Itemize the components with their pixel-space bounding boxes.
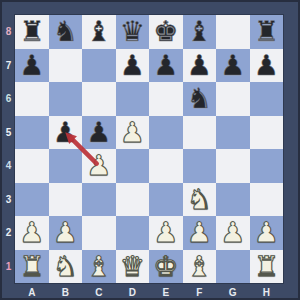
white-pawn-e2[interactable]: ♟: [153, 216, 178, 250]
square-c6[interactable]: [82, 82, 116, 116]
black-pawn-h7[interactable]: ♟: [254, 49, 279, 83]
black-bishop-f8[interactable]: ♝: [187, 15, 212, 49]
square-c4[interactable]: ♟: [82, 149, 116, 183]
rank-label-4: 4: [2, 149, 15, 183]
square-a2[interactable]: ♟: [15, 216, 49, 250]
square-d5[interactable]: ♟: [116, 116, 150, 150]
white-pawn-c4[interactable]: ♟: [86, 149, 111, 183]
chess-board: ♜♞♝♛♚♝♜♟♟♟♟♟♟♞♟♟♟♟♞♟♟♟♟♟♟♜♞♝♛♚♝♜: [15, 15, 283, 283]
square-g5[interactable]: [216, 116, 250, 150]
square-a3[interactable]: [15, 183, 49, 217]
square-d2[interactable]: [116, 216, 150, 250]
file-label-a: A: [15, 285, 49, 300]
square-e7[interactable]: ♟: [149, 49, 183, 83]
rank-label-3: 3: [2, 183, 15, 217]
square-e4[interactable]: [149, 149, 183, 183]
square-a6[interactable]: [15, 82, 49, 116]
square-d3[interactable]: [116, 183, 150, 217]
white-pawn-d5[interactable]: ♟: [120, 116, 145, 150]
square-h5[interactable]: [250, 116, 284, 150]
square-b1[interactable]: ♞: [49, 250, 83, 284]
square-f8[interactable]: ♝: [183, 15, 217, 49]
square-c3[interactable]: [82, 183, 116, 217]
file-label-f: F: [183, 285, 217, 300]
white-pawn-g2[interactable]: ♟: [220, 216, 245, 250]
square-e3[interactable]: [149, 183, 183, 217]
square-f3[interactable]: ♞: [183, 183, 217, 217]
square-a1[interactable]: ♜: [15, 250, 49, 284]
square-g8[interactable]: [216, 15, 250, 49]
white-bishop-c1[interactable]: ♝: [86, 250, 111, 284]
square-e8[interactable]: ♚: [149, 15, 183, 49]
rank-label-5: 5: [2, 116, 15, 150]
black-pawn-g7[interactable]: ♟: [220, 49, 245, 83]
rank-label-2: 2: [2, 216, 15, 250]
black-pawn-f7[interactable]: ♟: [187, 49, 212, 83]
white-knight-b1[interactable]: ♞: [53, 250, 78, 284]
square-c1[interactable]: ♝: [82, 250, 116, 284]
square-h4[interactable]: [250, 149, 284, 183]
square-f2[interactable]: ♟: [183, 216, 217, 250]
file-label-h: H: [250, 285, 284, 300]
square-f4[interactable]: [183, 149, 217, 183]
square-h2[interactable]: ♟: [250, 216, 284, 250]
square-c8[interactable]: ♝: [82, 15, 116, 49]
file-label-c: C: [82, 285, 116, 300]
white-pawn-h2[interactable]: ♟: [254, 216, 279, 250]
square-g3[interactable]: [216, 183, 250, 217]
square-b7[interactable]: [49, 49, 83, 83]
square-d1[interactable]: ♛: [116, 250, 150, 284]
square-b8[interactable]: ♞: [49, 15, 83, 49]
square-b2[interactable]: ♟: [49, 216, 83, 250]
square-g4[interactable]: [216, 149, 250, 183]
square-g6[interactable]: [216, 82, 250, 116]
square-f6[interactable]: ♞: [183, 82, 217, 116]
white-queen-d1[interactable]: ♛: [120, 250, 145, 284]
black-queen-d8[interactable]: ♛: [120, 15, 145, 49]
white-rook-a1[interactable]: ♜: [19, 250, 44, 284]
white-king-e1[interactable]: ♚: [153, 250, 178, 284]
black-pawn-a7[interactable]: ♟: [19, 49, 44, 83]
file-label-g: G: [216, 285, 250, 300]
square-d8[interactable]: ♛: [116, 15, 150, 49]
file-label-e: E: [149, 285, 183, 300]
square-e5[interactable]: [149, 116, 183, 150]
square-c5[interactable]: ♟: [82, 116, 116, 150]
black-king-e8[interactable]: ♚: [153, 15, 178, 49]
square-d4[interactable]: [116, 149, 150, 183]
rank-label-7: 7: [2, 49, 15, 83]
rank-label-8: 8: [2, 15, 15, 49]
square-e1[interactable]: ♚: [149, 250, 183, 284]
black-pawn-b5[interactable]: ♟: [53, 116, 78, 150]
square-b6[interactable]: [49, 82, 83, 116]
white-knight-f3[interactable]: ♞: [187, 183, 212, 217]
square-h3[interactable]: [250, 183, 284, 217]
chess-board-frame: ♜♞♝♛♚♝♜♟♟♟♟♟♟♞♟♟♟♟♞♟♟♟♟♟♟♜♞♝♛♚♝♜ 8765432…: [0, 0, 300, 300]
white-pawn-b2[interactable]: ♟: [53, 216, 78, 250]
square-f1[interactable]: ♝: [183, 250, 217, 284]
square-e6[interactable]: [149, 82, 183, 116]
square-g2[interactable]: ♟: [216, 216, 250, 250]
file-label-b: B: [49, 285, 83, 300]
square-a7[interactable]: ♟: [15, 49, 49, 83]
square-c7[interactable]: [82, 49, 116, 83]
square-b5[interactable]: ♟: [49, 116, 83, 150]
file-label-d: D: [116, 285, 150, 300]
white-rook-h1[interactable]: ♜: [254, 250, 279, 284]
square-b3[interactable]: [49, 183, 83, 217]
square-a8[interactable]: ♜: [15, 15, 49, 49]
black-rook-a8[interactable]: ♜: [19, 15, 44, 49]
white-pawn-a2[interactable]: ♟: [19, 216, 44, 250]
black-knight-f6[interactable]: ♞: [187, 82, 212, 116]
white-bishop-f1[interactable]: ♝: [187, 250, 212, 284]
square-e2[interactable]: ♟: [149, 216, 183, 250]
square-f5[interactable]: [183, 116, 217, 150]
black-pawn-c5[interactable]: ♟: [86, 116, 111, 150]
rank-label-6: 6: [2, 82, 15, 116]
white-pawn-f2[interactable]: ♟: [187, 216, 212, 250]
square-h1[interactable]: ♜: [250, 250, 284, 284]
square-g7[interactable]: ♟: [216, 49, 250, 83]
square-a5[interactable]: [15, 116, 49, 150]
square-d7[interactable]: ♟: [116, 49, 150, 83]
square-c2[interactable]: [82, 216, 116, 250]
black-pawn-e7[interactable]: ♟: [153, 49, 178, 83]
square-g1[interactable]: [216, 250, 250, 284]
square-b4[interactable]: [49, 149, 83, 183]
square-h8[interactable]: ♜: [250, 15, 284, 49]
rank-label-1: 1: [2, 250, 15, 284]
square-d6[interactable]: [116, 82, 150, 116]
black-rook-h8[interactable]: ♜: [254, 15, 279, 49]
black-bishop-c8[interactable]: ♝: [86, 15, 111, 49]
square-h7[interactable]: ♟: [250, 49, 284, 83]
square-h6[interactable]: [250, 82, 284, 116]
black-knight-b8[interactable]: ♞: [53, 15, 78, 49]
square-a4[interactable]: [15, 149, 49, 183]
black-pawn-d7[interactable]: ♟: [120, 49, 145, 83]
square-f7[interactable]: ♟: [183, 49, 217, 83]
